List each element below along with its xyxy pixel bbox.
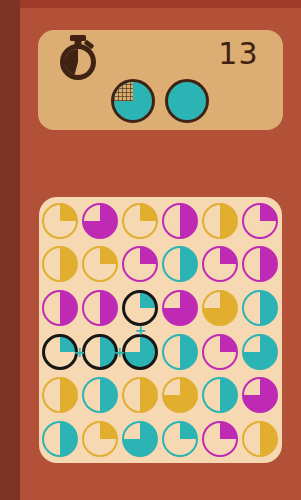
pie-cell-r2c5[interactable]: [200, 243, 240, 287]
pie-chart[interactable]: [162, 246, 198, 282]
pie-chart[interactable]: [122, 377, 158, 413]
pie-cell-r2c1[interactable]: [40, 243, 80, 287]
pie-chart[interactable]: [82, 203, 118, 239]
pie-chart[interactable]: [242, 334, 278, 370]
pie-cell-r3c2[interactable]: [80, 286, 120, 330]
pie-cell-r5c4[interactable]: [160, 374, 200, 418]
pie-chart[interactable]: [42, 377, 78, 413]
pie-cell-r5c3[interactable]: [120, 374, 160, 418]
pie-chart[interactable]: [42, 421, 78, 457]
pie-cell-r6c1[interactable]: [40, 417, 80, 461]
pie-cell-r4c6[interactable]: [240, 330, 280, 374]
pie-cell-r1c3[interactable]: [120, 199, 160, 243]
hatched-quarter: [114, 82, 133, 101]
pie-cell-r5c1[interactable]: [40, 374, 80, 418]
plus-connector: +: [74, 345, 86, 359]
plus-connector: +: [114, 345, 126, 359]
pie-cell-r2c6[interactable]: [240, 243, 280, 287]
pie-chart[interactable]: [122, 421, 158, 457]
pie-chart[interactable]: [42, 334, 78, 370]
pie-chart[interactable]: [82, 334, 118, 370]
pie-chart[interactable]: [242, 246, 278, 282]
score-text: 13: [218, 37, 258, 70]
pie-cell-r1c4[interactable]: [160, 199, 200, 243]
pie-cell-r2c4[interactable]: [160, 243, 200, 287]
pie-cell-r2c3[interactable]: [120, 243, 160, 287]
header-panel: 13: [38, 30, 283, 130]
pie-cell-r6c6[interactable]: [240, 417, 280, 461]
board-panel: + + +: [39, 197, 282, 463]
pie-cell-r3c4[interactable]: [160, 286, 200, 330]
pie-cell-r2c2[interactable]: [80, 243, 120, 287]
pie-chart[interactable]: [122, 246, 158, 282]
pie-chart[interactable]: [162, 290, 198, 326]
pie-cell-r5c5[interactable]: [200, 374, 240, 418]
pie-chart[interactable]: [82, 290, 118, 326]
pie-chart[interactable]: [162, 421, 198, 457]
pie-cell-r1c5[interactable]: [200, 199, 240, 243]
pie-cell-r6c4[interactable]: [160, 417, 200, 461]
stopwatch-icon: [58, 35, 98, 85]
pie-chart[interactable]: [42, 290, 78, 326]
pie-cell-r3c6[interactable]: [240, 286, 280, 330]
pie-chart[interactable]: [202, 377, 238, 413]
target-circle: [111, 79, 155, 123]
pie-chart[interactable]: [162, 334, 198, 370]
pie-cell-r3c1[interactable]: [40, 286, 80, 330]
pie-chart[interactable]: [82, 246, 118, 282]
pie-chart[interactable]: [202, 246, 238, 282]
pie-cell-r1c2[interactable]: [80, 199, 120, 243]
pie-cell-r6c5[interactable]: [200, 417, 240, 461]
pie-chart[interactable]: [122, 334, 158, 370]
pie-cell-r5c6[interactable]: [240, 374, 280, 418]
pie-chart[interactable]: [42, 246, 78, 282]
pie-chart[interactable]: [242, 203, 278, 239]
pie-cell-r6c2[interactable]: [80, 417, 120, 461]
pie-cell-r1c6[interactable]: [240, 199, 280, 243]
pie-cell-r1c1[interactable]: [40, 199, 80, 243]
game-screen: 13 + + +: [20, 0, 301, 500]
pie-cell-r6c3[interactable]: [120, 417, 160, 461]
pie-chart[interactable]: [202, 290, 238, 326]
pie-chart[interactable]: [242, 377, 278, 413]
target-circle: [165, 79, 209, 123]
board-grid: [40, 199, 281, 461]
pie-cell-r4c5[interactable]: [200, 330, 240, 374]
pie-chart[interactable]: [162, 377, 198, 413]
pie-chart[interactable]: [162, 203, 198, 239]
pie-chart[interactable]: [82, 377, 118, 413]
pie-chart[interactable]: [42, 203, 78, 239]
pie-chart[interactable]: [202, 334, 238, 370]
target-circles: [38, 79, 283, 123]
pie-cell-r5c2[interactable]: [80, 374, 120, 418]
pie-chart[interactable]: [122, 203, 158, 239]
pie-cell-r4c4[interactable]: [160, 330, 200, 374]
top-band: [20, 0, 301, 8]
pie-cell-r3c5[interactable]: [200, 286, 240, 330]
pie-chart[interactable]: [202, 203, 238, 239]
pie-chart[interactable]: [242, 421, 278, 457]
plus-connector: +: [135, 323, 147, 337]
pie-chart[interactable]: [202, 421, 238, 457]
pie-chart[interactable]: [242, 290, 278, 326]
pie-chart[interactable]: [82, 421, 118, 457]
pie-chart[interactable]: [122, 290, 158, 326]
